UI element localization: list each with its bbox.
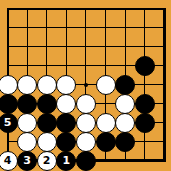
white-stone	[56, 75, 76, 95]
black-stone-move-1: 1	[56, 151, 76, 171]
white-stone	[96, 113, 116, 133]
white-stone	[17, 75, 37, 95]
black-stone	[96, 132, 116, 152]
white-stone	[0, 75, 18, 95]
white-stone	[76, 94, 96, 114]
white-stone	[115, 94, 135, 114]
black-stone	[135, 113, 155, 133]
white-stone	[17, 113, 37, 133]
white-stone	[96, 75, 116, 95]
white-stone	[37, 75, 57, 95]
white-stone	[56, 94, 76, 114]
white-stone-move-4: 4	[0, 151, 18, 171]
black-stone	[37, 94, 57, 114]
white-stone	[76, 113, 96, 133]
black-stone	[17, 94, 37, 114]
white-stone-move-2: 2	[37, 151, 57, 171]
black-stone	[135, 56, 155, 76]
black-stone	[76, 151, 96, 171]
white-stone	[17, 132, 37, 152]
board-gridline	[7, 27, 166, 28]
white-stone	[76, 132, 96, 152]
black-stone	[115, 132, 135, 152]
board-gridline	[7, 8, 166, 10]
black-stone	[135, 94, 155, 114]
white-stone	[115, 113, 135, 133]
board-gridline	[7, 46, 166, 47]
star-point-icon	[84, 83, 88, 87]
black-stone	[0, 94, 18, 114]
white-stone	[37, 132, 57, 152]
black-stone	[37, 113, 57, 133]
black-stone	[56, 113, 76, 133]
black-stone	[115, 75, 135, 95]
black-stone-move-5: 5	[0, 113, 18, 133]
go-board[interactable]: 54321	[0, 0, 171, 171]
black-stone	[56, 132, 76, 152]
black-stone-move-3: 3	[17, 151, 37, 171]
